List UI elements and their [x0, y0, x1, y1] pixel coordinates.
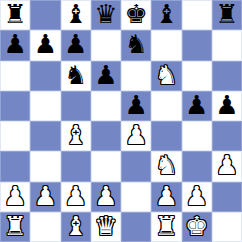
square-a4[interactable]	[0, 121, 30, 151]
square-c7[interactable]: ♟	[61, 30, 91, 60]
piece-white-bishop[interactable]: ♝	[64, 120, 87, 150]
square-a1[interactable]: ♜	[0, 212, 30, 242]
piece-black-pawn[interactable]: ♟	[34, 29, 57, 59]
square-c5[interactable]	[61, 91, 91, 121]
piece-black-pawn[interactable]: ♟	[124, 90, 147, 120]
square-f4[interactable]	[151, 121, 181, 151]
square-g3[interactable]	[182, 151, 212, 181]
square-a7[interactable]: ♟	[0, 30, 30, 60]
square-g1[interactable]: ♚	[182, 212, 212, 242]
piece-black-rook[interactable]: ♜	[3, 0, 26, 29]
piece-white-knight[interactable]: ♞	[155, 150, 178, 180]
piece-black-queen[interactable]: ♛	[94, 0, 117, 29]
square-h6[interactable]	[212, 61, 242, 91]
square-f1[interactable]: ♜	[151, 212, 181, 242]
square-a2[interactable]: ♟	[0, 182, 30, 212]
square-b4[interactable]	[30, 121, 60, 151]
square-f7[interactable]	[151, 30, 181, 60]
square-e2[interactable]	[121, 182, 151, 212]
square-g8[interactable]	[182, 0, 212, 30]
piece-white-pawn[interactable]: ♟	[94, 181, 117, 211]
piece-white-pawn[interactable]: ♟	[215, 150, 238, 180]
square-e6[interactable]	[121, 61, 151, 91]
square-c6[interactable]: ♞	[61, 61, 91, 91]
piece-black-pawn[interactable]: ♟	[64, 29, 87, 59]
piece-white-rook[interactable]: ♜	[155, 211, 178, 241]
piece-white-pawn[interactable]: ♟	[34, 181, 57, 211]
piece-white-pawn[interactable]: ♟	[124, 120, 147, 150]
piece-white-king[interactable]: ♚	[185, 211, 208, 241]
square-d1[interactable]: ♛	[91, 212, 121, 242]
square-h2[interactable]	[212, 182, 242, 212]
piece-black-knight[interactable]: ♞	[64, 60, 87, 90]
square-h5[interactable]: ♟	[212, 91, 242, 121]
piece-white-bishop[interactable]: ♝	[64, 211, 87, 241]
piece-black-knight[interactable]: ♞	[124, 29, 147, 59]
square-c3[interactable]	[61, 151, 91, 181]
piece-white-rook[interactable]: ♜	[3, 211, 26, 241]
square-e8[interactable]: ♚	[121, 0, 151, 30]
square-a5[interactable]	[0, 91, 30, 121]
square-h1[interactable]	[212, 212, 242, 242]
piece-white-pawn[interactable]: ♟	[155, 181, 178, 211]
square-f3[interactable]: ♞	[151, 151, 181, 181]
piece-black-pawn[interactable]: ♟	[185, 90, 208, 120]
square-b7[interactable]: ♟	[30, 30, 60, 60]
square-g2[interactable]: ♟	[182, 182, 212, 212]
piece-black-bishop[interactable]: ♝	[64, 0, 87, 29]
piece-white-knight[interactable]: ♞	[155, 60, 178, 90]
square-b5[interactable]	[30, 91, 60, 121]
square-d8[interactable]: ♛	[91, 0, 121, 30]
piece-white-queen[interactable]: ♛	[94, 211, 117, 241]
piece-white-pawn[interactable]: ♟	[64, 181, 87, 211]
piece-black-rook[interactable]: ♜	[215, 0, 238, 29]
square-g6[interactable]	[182, 61, 212, 91]
square-c1[interactable]: ♝	[61, 212, 91, 242]
square-g7[interactable]	[182, 30, 212, 60]
square-e7[interactable]: ♞	[121, 30, 151, 60]
chess-board: ♜♝♛♚♝♜♟♟♟♞♞♟♞♟♟♟♝♟♞♟♟♟♟♟♟♟♜♝♛♜♚	[0, 0, 242, 242]
square-e4[interactable]: ♟	[121, 121, 151, 151]
piece-white-pawn[interactable]: ♟	[185, 181, 208, 211]
square-f8[interactable]: ♝	[151, 0, 181, 30]
square-b2[interactable]: ♟	[30, 182, 60, 212]
square-b6[interactable]	[30, 61, 60, 91]
square-h3[interactable]: ♟	[212, 151, 242, 181]
square-a8[interactable]: ♜	[0, 0, 30, 30]
piece-black-pawn[interactable]: ♟	[94, 60, 117, 90]
square-h7[interactable]	[212, 30, 242, 60]
square-d2[interactable]: ♟	[91, 182, 121, 212]
piece-black-pawn[interactable]: ♟	[3, 29, 26, 59]
square-d7[interactable]	[91, 30, 121, 60]
square-c4[interactable]: ♝	[61, 121, 91, 151]
square-c8[interactable]: ♝	[61, 0, 91, 30]
square-b3[interactable]	[30, 151, 60, 181]
square-d6[interactable]: ♟	[91, 61, 121, 91]
square-c2[interactable]: ♟	[61, 182, 91, 212]
square-f5[interactable]	[151, 91, 181, 121]
piece-black-king[interactable]: ♚	[124, 0, 147, 29]
square-b1[interactable]	[30, 212, 60, 242]
square-h4[interactable]	[212, 121, 242, 151]
square-h8[interactable]: ♜	[212, 0, 242, 30]
square-d3[interactable]	[91, 151, 121, 181]
piece-black-pawn[interactable]: ♟	[215, 90, 238, 120]
square-a3[interactable]	[0, 151, 30, 181]
square-a6[interactable]	[0, 61, 30, 91]
piece-black-bishop[interactable]: ♝	[155, 0, 178, 29]
square-e1[interactable]	[121, 212, 151, 242]
square-d5[interactable]	[91, 91, 121, 121]
square-d4[interactable]	[91, 121, 121, 151]
square-g5[interactable]: ♟	[182, 91, 212, 121]
square-g4[interactable]	[182, 121, 212, 151]
square-e5[interactable]: ♟	[121, 91, 151, 121]
square-f6[interactable]: ♞	[151, 61, 181, 91]
square-b8[interactable]	[30, 0, 60, 30]
square-f2[interactable]: ♟	[151, 182, 181, 212]
square-e3[interactable]	[121, 151, 151, 181]
piece-white-pawn[interactable]: ♟	[3, 181, 26, 211]
